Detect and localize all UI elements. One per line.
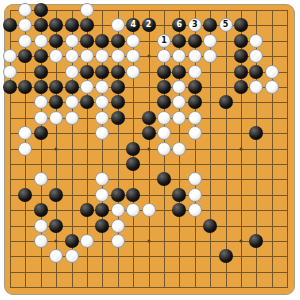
black-stone[interactable]: [234, 49, 248, 63]
white-stone[interactable]: [65, 111, 79, 125]
white-stone[interactable]: [172, 80, 186, 94]
white-stone[interactable]: [95, 111, 109, 125]
white-stone[interactable]: [34, 234, 48, 248]
star-point: [147, 55, 150, 58]
white-stone[interactable]: [203, 49, 217, 63]
white-stone[interactable]: [157, 111, 171, 125]
black-stone[interactable]: [203, 18, 217, 32]
black-stone[interactable]: [65, 80, 79, 94]
white-stone[interactable]: [34, 172, 48, 186]
star-point: [55, 240, 58, 243]
black-stone[interactable]: [157, 172, 171, 186]
white-stone[interactable]: [80, 49, 94, 63]
white-stone[interactable]: [142, 203, 156, 217]
white-stone[interactable]: [65, 34, 79, 48]
black-stone[interactable]: [126, 157, 140, 171]
white-stone[interactable]: [172, 49, 186, 63]
black-stone[interactable]: [249, 65, 263, 79]
grid-line-horizontal: [10, 287, 288, 288]
white-stone[interactable]: [18, 34, 32, 48]
black-stone[interactable]: [111, 80, 125, 94]
grid-line-horizontal: [10, 272, 288, 273]
black-stone[interactable]: [49, 18, 63, 32]
black-stone[interactable]: [126, 142, 140, 156]
black-stone[interactable]: [49, 219, 63, 233]
white-stone[interactable]: [95, 172, 109, 186]
black-stone[interactable]: [111, 111, 125, 125]
grid-line-horizontal: [10, 164, 288, 165]
white-stone[interactable]: [111, 234, 125, 248]
white-stone[interactable]: 3: [188, 18, 202, 32]
white-stone[interactable]: [249, 49, 263, 63]
black-stone[interactable]: [34, 3, 48, 17]
black-stone[interactable]: [80, 65, 94, 79]
black-stone[interactable]: [188, 34, 202, 48]
black-stone[interactable]: [157, 80, 171, 94]
white-stone[interactable]: [249, 80, 263, 94]
white-stone[interactable]: [49, 111, 63, 125]
white-stone[interactable]: [111, 219, 125, 233]
white-stone[interactable]: [95, 80, 109, 94]
white-stone[interactable]: [111, 49, 125, 63]
black-stone[interactable]: [111, 65, 125, 79]
black-stone[interactable]: [219, 95, 233, 109]
black-stone[interactable]: [18, 49, 32, 63]
white-stone[interactable]: [126, 203, 140, 217]
white-stone[interactable]: [18, 18, 32, 32]
black-stone[interactable]: [18, 188, 32, 202]
grid-line-vertical: [272, 10, 273, 288]
move-number-label: 6: [177, 21, 183, 29]
white-stone[interactable]: [80, 80, 94, 94]
black-stone[interactable]: [34, 126, 48, 140]
white-stone[interactable]: [65, 49, 79, 63]
black-stone[interactable]: [80, 95, 94, 109]
white-stone[interactable]: [126, 65, 140, 79]
black-stone[interactable]: [80, 34, 94, 48]
white-stone[interactable]: [126, 49, 140, 63]
black-stone[interactable]: [95, 203, 109, 217]
black-stone[interactable]: [188, 95, 202, 109]
white-stone[interactable]: [172, 111, 186, 125]
black-stone[interactable]: [3, 18, 17, 32]
white-stone[interactable]: [111, 18, 125, 32]
black-stone[interactable]: [3, 80, 17, 94]
white-stone[interactable]: [157, 49, 171, 63]
black-stone[interactable]: [34, 80, 48, 94]
white-stone[interactable]: [95, 126, 109, 140]
white-stone[interactable]: [172, 95, 186, 109]
black-stone[interactable]: [111, 95, 125, 109]
black-stone[interactable]: [234, 80, 248, 94]
black-stone[interactable]: [172, 203, 186, 217]
black-stone[interactable]: 2: [142, 18, 156, 32]
black-stone[interactable]: [219, 249, 233, 263]
black-stone[interactable]: [18, 80, 32, 94]
black-stone[interactable]: [188, 80, 202, 94]
black-stone[interactable]: [95, 219, 109, 233]
black-stone[interactable]: [80, 18, 94, 32]
white-stone[interactable]: [3, 49, 17, 63]
white-stone[interactable]: [34, 219, 48, 233]
white-stone[interactable]: [49, 249, 63, 263]
white-stone[interactable]: [157, 142, 171, 156]
white-stone[interactable]: [188, 172, 202, 186]
white-stone[interactable]: [65, 249, 79, 263]
black-stone[interactable]: [111, 188, 125, 202]
star-point: [240, 147, 243, 150]
black-stone[interactable]: [65, 18, 79, 32]
star-point: [55, 147, 58, 150]
grid-line-horizontal: [10, 179, 288, 180]
white-stone[interactable]: [188, 49, 202, 63]
black-stone[interactable]: [80, 203, 94, 217]
black-stone[interactable]: [203, 219, 217, 233]
black-stone[interactable]: [34, 49, 48, 63]
white-stone[interactable]: [188, 65, 202, 79]
white-stone[interactable]: [65, 95, 79, 109]
star-point: [240, 240, 243, 243]
black-stone[interactable]: [49, 95, 63, 109]
white-stone[interactable]: [172, 142, 186, 156]
white-stone[interactable]: [18, 142, 32, 156]
black-stone[interactable]: [49, 34, 63, 48]
black-stone[interactable]: [157, 65, 171, 79]
white-stone[interactable]: [80, 3, 94, 17]
white-stone[interactable]: [126, 34, 140, 48]
black-stone[interactable]: 6: [172, 18, 186, 32]
black-stone[interactable]: [172, 65, 186, 79]
white-stone[interactable]: [34, 111, 48, 125]
white-stone[interactable]: [18, 126, 32, 140]
move-number-label: 3: [192, 21, 198, 29]
white-stone[interactable]: [34, 34, 48, 48]
white-stone[interactable]: [49, 49, 63, 63]
white-stone[interactable]: [18, 3, 32, 17]
white-stone[interactable]: [188, 188, 202, 202]
white-stone[interactable]: [111, 203, 125, 217]
white-stone[interactable]: [188, 111, 202, 125]
black-stone[interactable]: [142, 111, 156, 125]
black-stone[interactable]: [34, 203, 48, 217]
grid-line-vertical: [287, 10, 288, 288]
white-stone[interactable]: [188, 203, 202, 217]
move-number-label: 5: [223, 21, 229, 29]
move-number-label: 1: [161, 37, 167, 45]
black-stone[interactable]: [49, 188, 63, 202]
white-stone[interactable]: [249, 34, 263, 48]
black-stone[interactable]: [65, 234, 79, 248]
white-stone[interactable]: [95, 95, 109, 109]
black-stone[interactable]: [34, 65, 48, 79]
star-point: [147, 240, 150, 243]
white-stone[interactable]: 5: [219, 18, 233, 32]
white-stone[interactable]: [203, 34, 217, 48]
white-stone[interactable]: [188, 126, 202, 140]
white-stone[interactable]: [265, 65, 279, 79]
star-point: [147, 147, 150, 150]
white-stone[interactable]: [265, 80, 279, 94]
white-stone[interactable]: [65, 65, 79, 79]
black-stone[interactable]: [111, 34, 125, 48]
black-stone[interactable]: [234, 18, 248, 32]
black-stone[interactable]: [157, 95, 171, 109]
black-stone[interactable]: [126, 188, 140, 202]
black-stone[interactable]: [234, 65, 248, 79]
black-stone[interactable]: 4: [126, 18, 140, 32]
black-stone[interactable]: [249, 234, 263, 248]
white-stone[interactable]: [157, 126, 171, 140]
black-stone[interactable]: [95, 34, 109, 48]
grid-line-vertical: [226, 10, 227, 288]
black-stone[interactable]: [172, 188, 186, 202]
black-stone[interactable]: [95, 65, 109, 79]
white-stone[interactable]: [95, 49, 109, 63]
black-stone[interactable]: [142, 126, 156, 140]
white-stone[interactable]: [95, 188, 109, 202]
black-stone[interactable]: [172, 34, 186, 48]
move-number-label: 4: [130, 21, 136, 29]
white-stone[interactable]: [34, 95, 48, 109]
white-stone[interactable]: [3, 65, 17, 79]
black-stone[interactable]: [249, 126, 263, 140]
black-stone[interactable]: [49, 80, 63, 94]
black-stone[interactable]: [34, 18, 48, 32]
move-number-label: 2: [146, 21, 152, 29]
go-board-grid: 426351: [0, 0, 300, 300]
white-stone[interactable]: [80, 234, 94, 248]
black-stone[interactable]: [234, 34, 248, 48]
white-stone[interactable]: 1: [157, 34, 171, 48]
